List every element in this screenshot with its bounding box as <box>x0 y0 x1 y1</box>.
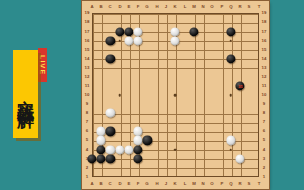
coordinate-label: M <box>192 4 196 9</box>
coordinate-label: R <box>239 181 242 186</box>
star-point <box>118 39 121 42</box>
coordinate-label: 6 <box>85 129 87 134</box>
screen-background: 实战讲解 LIVE AABBCCDDEEFFGGHHJJKKLLMMNNOOPP… <box>0 0 304 190</box>
coordinate-label: P <box>220 181 223 186</box>
coordinate-label: 1 <box>263 174 265 179</box>
coordinate-label: C <box>109 4 112 9</box>
coordinate-label: L <box>183 4 186 9</box>
coordinate-label: N <box>202 181 205 186</box>
coordinate-label: G <box>146 181 149 186</box>
coordinate-label: 16 <box>84 38 89 43</box>
coordinate-label: 16 <box>262 38 267 43</box>
coordinate-label: L <box>183 181 186 186</box>
coordinate-label: S <box>248 4 251 9</box>
coordinate-label: 17 <box>262 29 267 34</box>
coordinate-label: 15 <box>84 47 89 52</box>
coordinate-label: 8 <box>263 111 265 116</box>
coordinate-label: 10 <box>84 93 89 98</box>
coordinate-label: M <box>192 181 196 186</box>
coordinate-label: 15 <box>262 47 267 52</box>
coordinate-label: 5 <box>85 138 87 143</box>
coordinate-label: 19 <box>84 11 89 16</box>
banner-title: 实战讲解 <box>13 86 38 102</box>
coordinate-label: 10 <box>262 93 267 98</box>
move-number-label: 31 <box>238 84 242 89</box>
star-point <box>174 148 177 151</box>
coordinate-label: T <box>257 4 260 9</box>
coordinate-label: 12 <box>262 75 267 80</box>
coordinate-label: Q <box>229 4 232 9</box>
coordinate-label: P <box>220 4 223 9</box>
coordinate-label: 18 <box>84 20 89 25</box>
coordinate-label: 4 <box>263 147 265 152</box>
coordinate-label: O <box>211 181 214 186</box>
coordinate-label: A <box>90 4 93 9</box>
coordinate-label: 11 <box>84 84 89 89</box>
coordinate-label: 14 <box>84 56 89 61</box>
coordinate-label: 9 <box>85 102 87 107</box>
coordinate-label: B <box>100 4 103 9</box>
coordinate-label: J <box>165 181 167 186</box>
coordinate-label: R <box>239 4 242 9</box>
coordinate-label: 19 <box>262 11 267 16</box>
coordinate-label: T <box>257 181 260 186</box>
sidebar-banner: 实战讲解 <box>13 50 38 138</box>
coordinate-label: A <box>90 181 93 186</box>
coordinate-label: E <box>127 4 130 9</box>
coordinate-label: H <box>155 181 158 186</box>
coordinate-label: D <box>118 4 121 9</box>
coordinate-label: 2 <box>263 165 265 170</box>
coordinate-label: 7 <box>263 120 265 125</box>
coordinate-label: 11 <box>262 84 267 89</box>
coordinate-label: 9 <box>263 102 265 107</box>
coordinate-label: 12 <box>84 75 89 80</box>
coordinate-label: N <box>202 4 205 9</box>
go-board: AABBCCDDEEFFGGHHJJKKLLMMNNOOPPQQRRSSTT19… <box>82 1 269 189</box>
star-point <box>230 94 233 97</box>
coordinate-label: F <box>137 4 140 9</box>
coordinate-label: E <box>127 181 130 186</box>
coordinate-label: C <box>109 181 112 186</box>
coordinate-label: O <box>211 4 214 9</box>
coordinate-label: K <box>174 4 177 9</box>
coordinate-label: 5 <box>263 138 265 143</box>
coordinate-label: 4 <box>85 147 87 152</box>
live-badge: LIVE <box>38 48 47 82</box>
coordinate-label: 2 <box>85 165 87 170</box>
coordinate-label: J <box>165 4 167 9</box>
coordinate-label: 18 <box>262 20 267 25</box>
star-point <box>230 148 233 151</box>
coordinate-label: 6 <box>263 129 265 134</box>
coordinate-label: 13 <box>84 65 89 70</box>
coordinate-label: 3 <box>263 156 265 161</box>
coordinate-label: F <box>137 181 140 186</box>
coordinate-label: B <box>100 181 103 186</box>
live-badge-label: LIVE <box>39 55 46 75</box>
coordinate-label: S <box>248 181 251 186</box>
coordinate-label: K <box>174 181 177 186</box>
coordinate-label: 17 <box>84 29 89 34</box>
star-point <box>174 94 177 97</box>
coordinate-label: H <box>155 4 158 9</box>
coordinate-label: G <box>146 4 149 9</box>
star-point <box>118 94 121 97</box>
coordinate-label: 13 <box>262 65 267 70</box>
coordinate-label: 8 <box>85 111 87 116</box>
coordinate-label: 1 <box>85 174 87 179</box>
coordinate-label: Q <box>229 181 232 186</box>
star-point <box>230 39 233 42</box>
coordinate-label: D <box>118 181 121 186</box>
coordinate-label: 14 <box>262 56 267 61</box>
coordinate-label: 7 <box>85 120 87 125</box>
